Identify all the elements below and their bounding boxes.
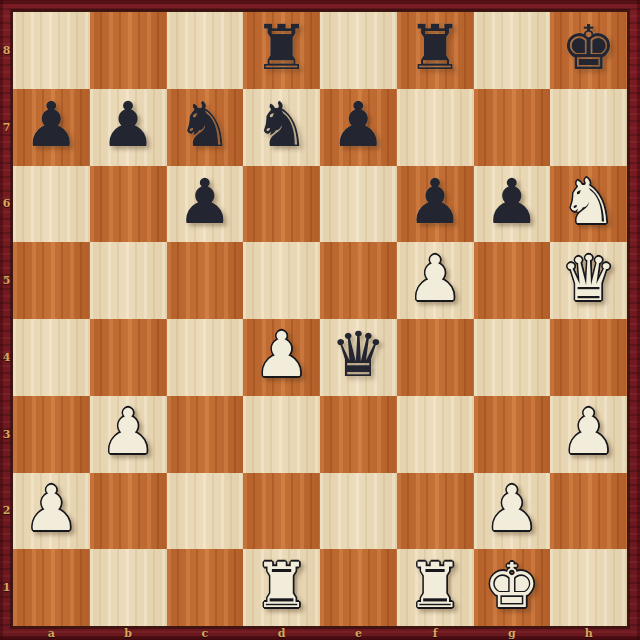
square-e5[interactable]	[320, 242, 397, 319]
file-label-b: b	[90, 626, 167, 640]
square-h4[interactable]	[550, 319, 627, 396]
square-h7[interactable]	[550, 89, 627, 166]
square-d6[interactable]	[243, 166, 320, 243]
rank-label-5: 5	[0, 242, 13, 319]
piece-black-pawn[interactable]: ♟	[177, 171, 233, 233]
square-a2[interactable]: ♟	[13, 473, 90, 550]
square-g8[interactable]	[474, 12, 551, 89]
square-a1[interactable]	[13, 549, 90, 626]
square-a5[interactable]	[13, 242, 90, 319]
square-e4[interactable]: ♛	[320, 319, 397, 396]
rank-label-6: 6	[0, 166, 13, 243]
square-e3[interactable]	[320, 396, 397, 473]
piece-white-pawn[interactable]: ♟	[100, 401, 156, 463]
square-g6[interactable]: ♟	[474, 166, 551, 243]
square-h1[interactable]	[550, 549, 627, 626]
square-d2[interactable]	[243, 473, 320, 550]
piece-white-rook[interactable]: ♜	[254, 555, 310, 617]
square-e1[interactable]	[320, 549, 397, 626]
file-label-f: f	[397, 626, 474, 640]
square-b6[interactable]	[90, 166, 167, 243]
square-f4[interactable]	[397, 319, 474, 396]
piece-black-pawn[interactable]: ♟	[24, 94, 80, 156]
piece-black-pawn[interactable]: ♟	[100, 94, 156, 156]
rank-label-1: 1	[0, 549, 13, 626]
square-a8[interactable]	[13, 12, 90, 89]
square-f8[interactable]: ♜	[397, 12, 474, 89]
square-f2[interactable]	[397, 473, 474, 550]
square-b8[interactable]	[90, 12, 167, 89]
square-g1[interactable]: ♚	[474, 549, 551, 626]
file-label-c: c	[167, 626, 244, 640]
square-h8[interactable]: ♚	[550, 12, 627, 89]
file-labels: abcdefgh	[13, 626, 627, 640]
square-e2[interactable]	[320, 473, 397, 550]
file-label-d: d	[243, 626, 320, 640]
square-d7[interactable]: ♞	[243, 89, 320, 166]
square-h2[interactable]	[550, 473, 627, 550]
square-b1[interactable]	[90, 549, 167, 626]
piece-white-rook[interactable]: ♜	[407, 555, 463, 617]
rank-label-8: 8	[0, 12, 13, 89]
square-h6[interactable]: ♞	[550, 166, 627, 243]
piece-black-king[interactable]: ♚	[561, 17, 617, 79]
square-a7[interactable]: ♟	[13, 89, 90, 166]
square-b2[interactable]	[90, 473, 167, 550]
piece-black-knight[interactable]: ♞	[254, 94, 310, 156]
piece-black-queen[interactable]: ♛	[331, 324, 387, 386]
square-h5[interactable]: ♛	[550, 242, 627, 319]
piece-white-king[interactable]: ♚	[484, 555, 540, 617]
square-d5[interactable]	[243, 242, 320, 319]
piece-black-pawn[interactable]: ♟	[331, 94, 387, 156]
chess-board: ♜♜♚♟♟♞♞♟♟♟♟♞♟♛♟♛♟♟♟♟♜♜♚	[13, 12, 627, 626]
square-c7[interactable]: ♞	[167, 89, 244, 166]
square-c5[interactable]	[167, 242, 244, 319]
square-b4[interactable]	[90, 319, 167, 396]
square-d3[interactable]	[243, 396, 320, 473]
piece-black-pawn[interactable]: ♟	[407, 171, 463, 233]
square-a6[interactable]	[13, 166, 90, 243]
square-g2[interactable]: ♟	[474, 473, 551, 550]
square-f3[interactable]	[397, 396, 474, 473]
square-d8[interactable]: ♜	[243, 12, 320, 89]
piece-white-pawn[interactable]: ♟	[407, 248, 463, 310]
file-label-g: g	[474, 626, 551, 640]
piece-white-pawn[interactable]: ♟	[561, 401, 617, 463]
square-e8[interactable]	[320, 12, 397, 89]
piece-white-pawn[interactable]: ♟	[24, 478, 80, 540]
square-c4[interactable]	[167, 319, 244, 396]
piece-white-queen[interactable]: ♛	[561, 248, 617, 310]
chess-board-frame: ♜♜♚♟♟♞♞♟♟♟♟♞♟♛♟♛♟♟♟♟♜♜♚ 87654321 abcdefg…	[0, 0, 640, 640]
square-c6[interactable]: ♟	[167, 166, 244, 243]
square-h3[interactable]: ♟	[550, 396, 627, 473]
file-label-e: e	[320, 626, 397, 640]
rank-label-3: 3	[0, 396, 13, 473]
square-e7[interactable]: ♟	[320, 89, 397, 166]
square-f1[interactable]: ♜	[397, 549, 474, 626]
square-c3[interactable]	[167, 396, 244, 473]
square-f6[interactable]: ♟	[397, 166, 474, 243]
square-a3[interactable]	[13, 396, 90, 473]
square-c8[interactable]	[167, 12, 244, 89]
square-c1[interactable]	[167, 549, 244, 626]
square-f7[interactable]	[397, 89, 474, 166]
square-d4[interactable]: ♟	[243, 319, 320, 396]
rank-labels: 87654321	[0, 12, 13, 626]
square-e6[interactable]	[320, 166, 397, 243]
piece-white-knight[interactable]: ♞	[561, 171, 617, 233]
square-b5[interactable]	[90, 242, 167, 319]
square-f5[interactable]: ♟	[397, 242, 474, 319]
square-c2[interactable]	[167, 473, 244, 550]
piece-white-pawn[interactable]: ♟	[484, 478, 540, 540]
rank-label-4: 4	[0, 319, 13, 396]
piece-black-rook[interactable]: ♜	[407, 17, 463, 79]
file-label-a: a	[13, 626, 90, 640]
piece-black-knight[interactable]: ♞	[177, 94, 233, 156]
square-b3[interactable]: ♟	[90, 396, 167, 473]
piece-white-pawn[interactable]: ♟	[254, 324, 310, 386]
square-d1[interactable]: ♜	[243, 549, 320, 626]
rank-label-7: 7	[0, 89, 13, 166]
square-b7[interactable]: ♟	[90, 89, 167, 166]
rank-label-2: 2	[0, 473, 13, 550]
file-label-h: h	[550, 626, 627, 640]
square-a4[interactable]	[13, 319, 90, 396]
piece-black-rook[interactable]: ♜	[254, 17, 310, 79]
square-g5[interactable]	[474, 242, 551, 319]
square-g7[interactable]	[474, 89, 551, 166]
square-g4[interactable]	[474, 319, 551, 396]
square-g3[interactable]	[474, 396, 551, 473]
piece-black-pawn[interactable]: ♟	[484, 171, 540, 233]
